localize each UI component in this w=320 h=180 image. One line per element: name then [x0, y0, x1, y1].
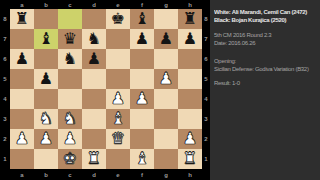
file-label-bottom-f: f — [130, 169, 154, 180]
file-label-bottom-a: a — [10, 169, 34, 180]
rank-label-right-4: 4 — [202, 89, 210, 109]
piece-white-king[interactable]: ♚ — [63, 151, 77, 167]
piece-black-queen[interactable]: ♛ — [63, 31, 77, 47]
file-label-top-e: e — [106, 0, 130, 9]
square-d4[interactable] — [82, 89, 106, 109]
square-f6[interactable] — [130, 49, 154, 69]
piece-white-pawn[interactable]: ♟ — [39, 131, 53, 147]
rank-label-right-2: 2 — [202, 129, 210, 149]
square-d5[interactable] — [82, 69, 106, 89]
square-f8[interactable]: ♝ — [130, 9, 154, 29]
board-corner — [202, 0, 210, 9]
piece-black-pawn[interactable]: ♟ — [135, 31, 149, 47]
rank-label-left-1: 1 — [0, 149, 10, 169]
square-a4[interactable] — [10, 89, 34, 109]
square-d3[interactable] — [82, 109, 106, 129]
square-a5[interactable] — [10, 69, 34, 89]
piece-black-pawn[interactable]: ♟ — [39, 71, 53, 87]
square-e6[interactable] — [106, 49, 130, 69]
file-label-top-g: g — [154, 0, 178, 9]
rank-label-left-5: 5 — [0, 69, 10, 89]
rank-label-left-4: 4 — [0, 89, 10, 109]
file-label-top-a: a — [10, 0, 34, 9]
square-h8[interactable]: ♜ — [178, 9, 202, 29]
piece-black-king[interactable]: ♚ — [111, 11, 125, 27]
piece-white-queen[interactable]: ♛ — [111, 131, 125, 147]
square-e4[interactable]: ♟ — [106, 89, 130, 109]
file-label-top-d: d — [82, 0, 106, 9]
square-c8[interactable] — [58, 9, 82, 29]
square-f3[interactable] — [130, 109, 154, 129]
square-a3[interactable] — [10, 109, 34, 129]
square-h4[interactable] — [178, 89, 202, 109]
piece-white-bishop[interactable]: ♝ — [135, 151, 149, 167]
square-a8[interactable]: ♜ — [10, 9, 34, 29]
square-c7[interactable]: ♛ — [58, 29, 82, 49]
square-d6[interactable]: ♟ — [82, 49, 106, 69]
square-b4[interactable] — [34, 89, 58, 109]
board-corner — [0, 0, 10, 9]
rank-label-right-8: 8 — [202, 9, 210, 29]
square-g4[interactable] — [154, 89, 178, 109]
square-d7[interactable]: ♞ — [82, 29, 106, 49]
piece-black-bishop[interactable]: ♝ — [135, 11, 149, 27]
file-label-top-c: c — [58, 0, 82, 9]
square-h5[interactable] — [178, 69, 202, 89]
rank-label-left-8: 8 — [0, 9, 10, 29]
rank-label-right-6: 6 — [202, 49, 210, 69]
board-corner — [202, 169, 210, 180]
piece-white-knight[interactable]: ♞ — [39, 111, 53, 127]
square-e8[interactable]: ♚ — [106, 9, 130, 29]
piece-white-pawn[interactable]: ♟ — [183, 131, 197, 147]
square-c2[interactable]: ♟ — [58, 129, 82, 149]
square-g5[interactable]: ♟ — [154, 69, 178, 89]
piece-black-knight[interactable]: ♞ — [63, 51, 77, 67]
square-b2[interactable]: ♟ — [34, 129, 58, 149]
rank-label-left-7: 7 — [0, 29, 10, 49]
file-label-bottom-c: c — [58, 169, 82, 180]
piece-black-rook[interactable]: ♜ — [183, 11, 197, 27]
piece-black-knight[interactable]: ♞ — [87, 31, 101, 47]
rank-label-right-3: 3 — [202, 109, 210, 129]
file-label-top-f: f — [130, 0, 154, 9]
square-g2[interactable] — [154, 129, 178, 149]
square-h2[interactable]: ♟ — [178, 129, 202, 149]
piece-black-rook[interactable]: ♜ — [15, 11, 29, 27]
rank-label-left-3: 3 — [0, 109, 10, 129]
piece-white-rook[interactable]: ♜ — [183, 151, 197, 167]
rank-label-left-2: 2 — [0, 129, 10, 149]
square-g1[interactable] — [154, 149, 178, 169]
square-f2[interactable] — [130, 129, 154, 149]
piece-white-pawn[interactable]: ♟ — [111, 91, 125, 107]
square-c6[interactable]: ♞ — [58, 49, 82, 69]
square-e1[interactable] — [106, 149, 130, 169]
chess-game-viewer: abcdefgh8♜♚♝♜87♝♛♞♟♟♟76♟♞♟65♟♟54♟♟43♞♞♝3… — [0, 0, 320, 180]
piece-white-bishop[interactable]: ♝ — [111, 111, 125, 127]
rank-label-right-1: 1 — [202, 149, 210, 169]
piece-white-knight[interactable]: ♞ — [63, 111, 77, 127]
square-e2[interactable]: ♛ — [106, 129, 130, 149]
square-g3[interactable] — [154, 109, 178, 129]
square-h3[interactable] — [178, 109, 202, 129]
square-b8[interactable] — [34, 9, 58, 29]
square-c1[interactable]: ♚ — [58, 149, 82, 169]
board-corner — [0, 169, 10, 180]
piece-white-pawn[interactable]: ♟ — [15, 131, 29, 147]
square-g6[interactable] — [154, 49, 178, 69]
rank-label-left-6: 6 — [0, 49, 10, 69]
chess-board: abcdefgh8♜♚♝♜87♝♛♞♟♟♟76♟♞♟65♟♟54♟♟43♞♞♝3… — [0, 0, 210, 180]
square-c3[interactable]: ♞ — [58, 109, 82, 129]
square-a1[interactable] — [10, 149, 34, 169]
square-h1[interactable]: ♜ — [178, 149, 202, 169]
square-c5[interactable] — [58, 69, 82, 89]
piece-black-pawn[interactable]: ♟ — [159, 31, 173, 47]
square-f7[interactable]: ♟ — [130, 29, 154, 49]
piece-white-pawn[interactable]: ♟ — [135, 91, 149, 107]
piece-black-pawn[interactable]: ♟ — [15, 51, 29, 67]
piece-white-pawn[interactable]: ♟ — [63, 131, 77, 147]
square-b7[interactable]: ♝ — [34, 29, 58, 49]
square-f4[interactable]: ♟ — [130, 89, 154, 109]
file-label-top-h: h — [178, 0, 202, 9]
square-a7[interactable] — [10, 29, 34, 49]
piece-black-pawn[interactable]: ♟ — [183, 31, 197, 47]
file-label-bottom-e: e — [106, 169, 130, 180]
square-g8[interactable] — [154, 9, 178, 29]
square-e5[interactable] — [106, 69, 130, 89]
square-b1[interactable] — [34, 149, 58, 169]
file-label-bottom-h: h — [178, 169, 202, 180]
square-a6[interactable]: ♟ — [10, 49, 34, 69]
square-b5[interactable]: ♟ — [34, 69, 58, 89]
event-line: 5th CM 2016 Round 2.3 — [214, 31, 318, 39]
square-e7[interactable] — [106, 29, 130, 49]
square-d2[interactable] — [82, 129, 106, 149]
square-a2[interactable]: ♟ — [10, 129, 34, 149]
result-line: Result: 1-0 — [214, 79, 318, 87]
square-g7[interactable]: ♟ — [154, 29, 178, 49]
black-player-line: Black: Bojan Kurajica (2520) — [214, 16, 318, 24]
square-f1[interactable]: ♝ — [130, 149, 154, 169]
piece-white-pawn[interactable]: ♟ — [159, 71, 173, 87]
rank-label-right-7: 7 — [202, 29, 210, 49]
square-d1[interactable]: ♜ — [82, 149, 106, 169]
opening-label: Opening: — [214, 57, 318, 65]
piece-white-rook[interactable]: ♜ — [87, 151, 101, 167]
square-b3[interactable]: ♞ — [34, 109, 58, 129]
file-label-bottom-d: d — [82, 169, 106, 180]
piece-black-pawn[interactable]: ♟ — [87, 51, 101, 67]
square-h7[interactable]: ♟ — [178, 29, 202, 49]
square-c4[interactable] — [58, 89, 82, 109]
date-line: Date: 2016.06.26 — [214, 39, 318, 47]
white-player-line: White: Ali Marandi, Cemil Can (2472) — [214, 8, 318, 16]
file-label-bottom-g: g — [154, 169, 178, 180]
square-h6[interactable] — [178, 49, 202, 69]
file-label-bottom-b: b — [34, 169, 58, 180]
square-d8[interactable] — [82, 9, 106, 29]
opening-line: Sicilian Defense: Godiva Variation (B32) — [214, 65, 318, 73]
piece-black-bishop[interactable]: ♝ — [39, 31, 53, 47]
rank-label-right-5: 5 — [202, 69, 210, 89]
file-label-top-b: b — [34, 0, 58, 9]
game-info-panel: White: Ali Marandi, Cemil Can (2472) Bla… — [210, 0, 320, 180]
square-b6[interactable] — [34, 49, 58, 69]
square-f5[interactable] — [130, 69, 154, 89]
square-e3[interactable]: ♝ — [106, 109, 130, 129]
